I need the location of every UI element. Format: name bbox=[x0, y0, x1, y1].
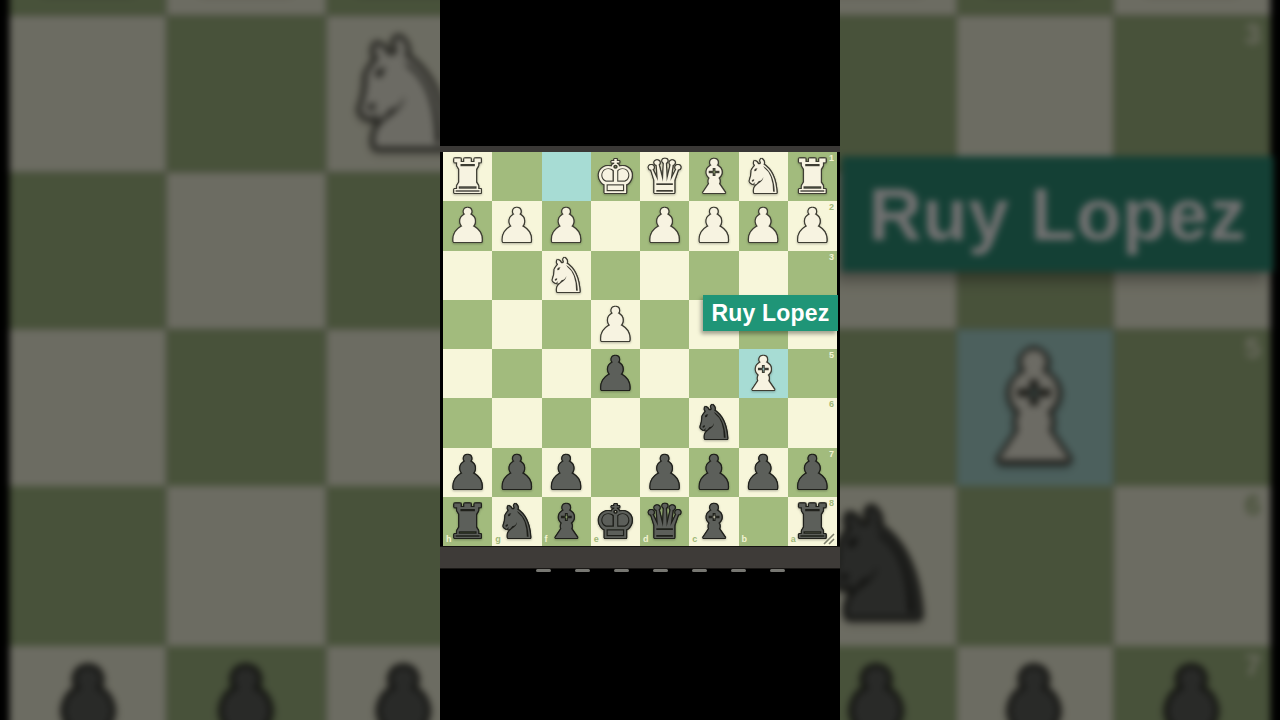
toolbar-button-partial[interactable] bbox=[692, 569, 707, 572]
black-rook[interactable]: ♜ bbox=[447, 497, 489, 546]
square-c8[interactable]: c♝ bbox=[689, 497, 738, 546]
white-pawn[interactable]: ♟ bbox=[447, 201, 489, 250]
toolbar-button-partial[interactable] bbox=[731, 569, 746, 572]
toolbar-button-partial[interactable] bbox=[653, 569, 668, 572]
white-knight[interactable]: ♞ bbox=[545, 251, 587, 300]
toolbar-button-partial[interactable] bbox=[536, 569, 551, 572]
white-bishop[interactable]: ♝ bbox=[742, 349, 784, 398]
square-d6[interactable] bbox=[640, 398, 689, 447]
black-king[interactable]: ♚ bbox=[594, 497, 636, 546]
square-d2[interactable]: ♟ bbox=[640, 201, 689, 250]
square-g5[interactable] bbox=[492, 349, 541, 398]
file-label-b: b bbox=[742, 535, 748, 544]
square-f4[interactable] bbox=[542, 300, 591, 349]
white-queen[interactable]: ♛ bbox=[644, 152, 686, 201]
square-g1[interactable] bbox=[492, 152, 541, 201]
square-e8[interactable]: e♚ bbox=[591, 497, 640, 546]
square-h7[interactable]: ♟ bbox=[443, 448, 492, 497]
square-f6[interactable] bbox=[542, 398, 591, 447]
square-b3[interactable] bbox=[739, 251, 788, 300]
white-rook[interactable]: ♜ bbox=[791, 152, 833, 201]
square-a5[interactable]: 5 bbox=[788, 349, 837, 398]
square-b2[interactable]: ♟ bbox=[739, 201, 788, 250]
white-bishop[interactable]: ♝ bbox=[693, 152, 735, 201]
square-f3[interactable]: ♞ bbox=[542, 251, 591, 300]
square-a2[interactable]: 2♟ bbox=[788, 201, 837, 250]
square-d3[interactable] bbox=[640, 251, 689, 300]
white-knight[interactable]: ♞ bbox=[742, 152, 784, 201]
square-c2[interactable]: ♟ bbox=[689, 201, 738, 250]
black-knight[interactable]: ♞ bbox=[693, 398, 735, 447]
black-pawn[interactable]: ♟ bbox=[545, 448, 587, 497]
square-h4[interactable] bbox=[443, 300, 492, 349]
square-e6[interactable] bbox=[591, 398, 640, 447]
square-d7[interactable]: ♟ bbox=[640, 448, 689, 497]
black-pawn[interactable]: ♟ bbox=[693, 448, 735, 497]
square-c5[interactable] bbox=[689, 349, 738, 398]
rank-label-5: 5 bbox=[829, 351, 834, 360]
video-content: ♜♚♛♝♞1♜♟♟♟♟♟♟2♟♞3♟4♟♝5♞6♟♟♟♟♟♟7♟h♜g♞f♝e♚… bbox=[440, 0, 840, 720]
white-rook[interactable]: ♜ bbox=[447, 152, 489, 201]
square-a6[interactable]: 6 bbox=[788, 398, 837, 447]
square-d8[interactable]: d♛ bbox=[640, 497, 689, 546]
square-e2[interactable] bbox=[591, 201, 640, 250]
app-bottom-bar bbox=[440, 546, 840, 569]
square-e3[interactable] bbox=[591, 251, 640, 300]
square-g7[interactable]: ♟ bbox=[492, 448, 541, 497]
square-h8[interactable]: h♜ bbox=[443, 497, 492, 546]
square-g6[interactable] bbox=[492, 398, 541, 447]
square-a7[interactable]: 7♟ bbox=[788, 448, 837, 497]
black-pawn[interactable]: ♟ bbox=[644, 448, 686, 497]
square-a3[interactable]: 3 bbox=[788, 251, 837, 300]
toolbar-button-partial[interactable] bbox=[614, 569, 629, 572]
square-g3[interactable] bbox=[492, 251, 541, 300]
square-h5[interactable] bbox=[443, 349, 492, 398]
black-pawn[interactable]: ♟ bbox=[496, 448, 538, 497]
square-b6[interactable] bbox=[739, 398, 788, 447]
black-queen[interactable]: ♛ bbox=[644, 497, 686, 546]
square-g8[interactable]: g♞ bbox=[492, 497, 541, 546]
square-c1[interactable]: ♝ bbox=[689, 152, 738, 201]
square-b5[interactable]: ♝ bbox=[739, 349, 788, 398]
white-pawn[interactable]: ♟ bbox=[496, 201, 538, 250]
square-e5[interactable]: ♟ bbox=[591, 349, 640, 398]
square-c3[interactable] bbox=[689, 251, 738, 300]
black-pawn[interactable]: ♟ bbox=[791, 448, 833, 497]
white-pawn[interactable]: ♟ bbox=[594, 300, 636, 349]
square-b1[interactable]: ♞ bbox=[739, 152, 788, 201]
video-frame: ♜♚♛♝♞1♜♟♟♟♟♟♟2♟♞3♟4♟♝5♞6♟♟♟♟♟♟7♟h♜g♞f♝e♚… bbox=[0, 0, 1280, 720]
square-e4[interactable]: ♟ bbox=[591, 300, 640, 349]
black-pawn[interactable]: ♟ bbox=[742, 448, 784, 497]
square-f2[interactable]: ♟ bbox=[542, 201, 591, 250]
square-d4[interactable] bbox=[640, 300, 689, 349]
rank-label-6: 6 bbox=[829, 400, 834, 409]
white-pawn[interactable]: ♟ bbox=[742, 201, 784, 250]
square-g2[interactable]: ♟ bbox=[492, 201, 541, 250]
white-pawn[interactable]: ♟ bbox=[545, 201, 587, 250]
square-a1[interactable]: 1♜ bbox=[788, 152, 837, 201]
foreground-layer: ♜♚♛♝♞1♜♟♟♟♟♟♟2♟♞3♟4♟♝5♞6♟♟♟♟♟♟7♟h♜g♞f♝e♚… bbox=[0, 0, 1280, 720]
white-king[interactable]: ♚ bbox=[594, 152, 636, 201]
chess-board[interactable]: ♜♚♛♝♞1♜♟♟♟♟♟♟2♟♞3♟4♟♝5♞6♟♟♟♟♟♟7♟h♜g♞f♝e♚… bbox=[443, 152, 837, 546]
rank-label-3: 3 bbox=[829, 253, 834, 262]
square-h1[interactable]: ♜ bbox=[443, 152, 492, 201]
black-bishop[interactable]: ♝ bbox=[693, 497, 735, 546]
toolbar-icons-cutoff[interactable] bbox=[536, 569, 785, 572]
square-d1[interactable]: ♛ bbox=[640, 152, 689, 201]
square-c7[interactable]: ♟ bbox=[689, 448, 738, 497]
square-h2[interactable]: ♟ bbox=[443, 201, 492, 250]
black-pawn[interactable]: ♟ bbox=[447, 448, 489, 497]
square-b8[interactable]: b bbox=[739, 497, 788, 546]
toolbar-button-partial[interactable] bbox=[770, 569, 785, 572]
square-f5[interactable] bbox=[542, 349, 591, 398]
toolbar-button-partial[interactable] bbox=[575, 569, 590, 572]
black-bishop[interactable]: ♝ bbox=[545, 497, 587, 546]
square-g4[interactable] bbox=[492, 300, 541, 349]
square-e1[interactable]: ♚ bbox=[591, 152, 640, 201]
square-d5[interactable] bbox=[640, 349, 689, 398]
black-pawn[interactable]: ♟ bbox=[594, 349, 636, 398]
square-f7[interactable]: ♟ bbox=[542, 448, 591, 497]
white-pawn[interactable]: ♟ bbox=[644, 201, 686, 250]
white-pawn[interactable]: ♟ bbox=[693, 201, 735, 250]
square-e7[interactable] bbox=[591, 448, 640, 497]
square-f8[interactable]: f♝ bbox=[542, 497, 591, 546]
resize-handle-icon[interactable] bbox=[821, 531, 835, 545]
square-f1[interactable] bbox=[542, 152, 591, 201]
square-h3[interactable] bbox=[443, 251, 492, 300]
square-h6[interactable] bbox=[443, 398, 492, 447]
white-pawn[interactable]: ♟ bbox=[791, 201, 833, 250]
opening-name-badge: Ruy Lopez bbox=[703, 295, 838, 331]
square-c6[interactable]: ♞ bbox=[689, 398, 738, 447]
square-b7[interactable]: ♟ bbox=[739, 448, 788, 497]
black-knight[interactable]: ♞ bbox=[496, 497, 538, 546]
